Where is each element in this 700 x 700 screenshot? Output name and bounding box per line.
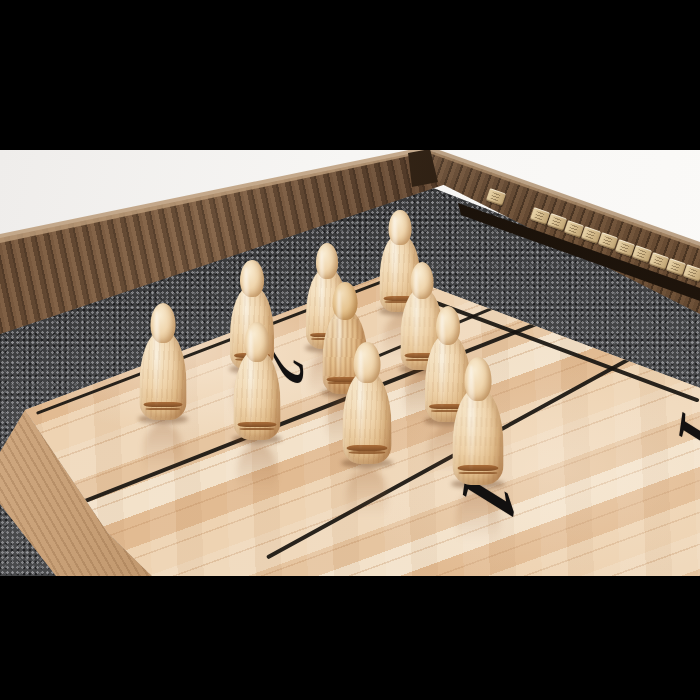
bowling-pin-10[interactable] xyxy=(453,357,504,485)
letterbox-top xyxy=(0,0,700,150)
pin-10-band xyxy=(457,465,499,471)
pin-10-band2 xyxy=(459,472,498,475)
pin-7-shine xyxy=(392,216,397,300)
letterbox-bottom xyxy=(0,576,700,700)
pin-6-band2 xyxy=(348,451,385,453)
bowling-pin-3[interactable] xyxy=(234,322,281,440)
shuffleboard-bowling-photo: 2211 xyxy=(0,0,700,700)
pin-10-shine xyxy=(468,365,475,470)
bowling-pin-6[interactable] xyxy=(343,342,392,464)
pin-1-band xyxy=(144,402,183,407)
pin-6-band xyxy=(347,445,387,450)
pin-9-shine xyxy=(439,313,445,408)
pin-6-shine xyxy=(357,349,363,449)
pin-3-band2 xyxy=(239,428,275,430)
pin-3-band xyxy=(238,422,277,427)
pin-1-band2 xyxy=(145,408,181,410)
bowling-pin-1[interactable] xyxy=(140,303,187,420)
